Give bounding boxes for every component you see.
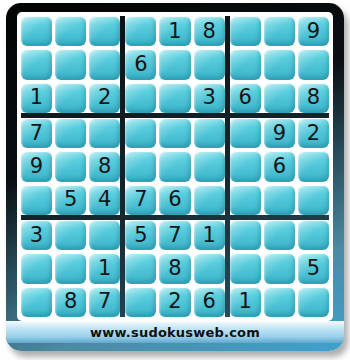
box-7: 3187 (21, 220, 120, 317)
cell-r7c9[interactable] (298, 220, 329, 250)
cell-r1c2[interactable] (55, 16, 86, 46)
cell-r2c8[interactable] (264, 49, 295, 79)
cell-r5c9[interactable] (298, 151, 329, 181)
cell-r8c5[interactable]: 8 (159, 253, 190, 283)
cell-r6c1[interactable] (21, 185, 52, 215)
cell-r1c4[interactable] (125, 16, 156, 46)
cell-r8c7[interactable] (230, 253, 261, 283)
cell-r1c8[interactable] (264, 16, 295, 46)
cell-r9c1[interactable] (21, 287, 52, 317)
cell-r6c9[interactable] (298, 185, 329, 215)
sudoku-page: 1218639687985476926318757182651 www.sudo… (0, 0, 350, 360)
footer-url-text: www.sudokusweb.com (90, 325, 260, 340)
cell-r4c5[interactable] (159, 118, 190, 148)
board-panel: 1218639687985476926318757182651 (17, 12, 333, 321)
cell-r9c2[interactable]: 8 (55, 287, 86, 317)
cell-r4c7[interactable] (230, 118, 261, 148)
cell-r4c8[interactable]: 9 (264, 118, 295, 148)
cell-r1c1[interactable] (21, 16, 52, 46)
cell-r2c5[interactable] (159, 49, 190, 79)
cell-r1c6[interactable]: 8 (194, 16, 225, 46)
box-2: 1863 (125, 16, 224, 113)
cell-r6c6[interactable] (194, 185, 225, 215)
cell-r7c3[interactable] (89, 220, 120, 250)
cell-r3c4[interactable] (125, 83, 156, 113)
cell-r2c2[interactable] (55, 49, 86, 79)
board-frame: 1218639687985476926318757182651 www.sudo… (6, 3, 344, 351)
cell-r9c4[interactable] (125, 287, 156, 317)
cell-r8c3[interactable]: 1 (89, 253, 120, 283)
cell-r4c4[interactable] (125, 118, 156, 148)
cell-r5c3[interactable]: 8 (89, 151, 120, 181)
cell-r8c6[interactable] (194, 253, 225, 283)
cell-r8c2[interactable] (55, 253, 86, 283)
cell-r5c7[interactable] (230, 151, 261, 181)
cell-r3c1[interactable]: 1 (21, 83, 52, 113)
cell-r2c7[interactable] (230, 49, 261, 79)
cell-r4c9[interactable]: 2 (298, 118, 329, 148)
cell-r7c4[interactable]: 5 (125, 220, 156, 250)
cell-r1c5[interactable]: 1 (159, 16, 190, 46)
footer-url-bar: www.sudokusweb.com (6, 321, 344, 343)
cell-r6c3[interactable]: 4 (89, 185, 120, 215)
cell-r6c7[interactable] (230, 185, 261, 215)
box-3: 968 (230, 16, 329, 113)
cell-r3c9[interactable]: 8 (298, 83, 329, 113)
box-8: 571826 (125, 220, 224, 317)
cell-r6c4[interactable]: 7 (125, 185, 156, 215)
cell-r5c2[interactable] (55, 151, 86, 181)
cell-r8c9[interactable]: 5 (298, 253, 329, 283)
cell-r4c6[interactable] (194, 118, 225, 148)
cell-r9c8[interactable] (264, 287, 295, 317)
cell-r4c3[interactable] (89, 118, 120, 148)
cell-r9c6[interactable]: 6 (194, 287, 225, 317)
cell-r6c5[interactable]: 6 (159, 185, 190, 215)
cell-r5c5[interactable] (159, 151, 190, 181)
cell-r3c6[interactable]: 3 (194, 83, 225, 113)
cell-r2c1[interactable] (21, 49, 52, 79)
cell-r2c9[interactable] (298, 49, 329, 79)
cell-r9c5[interactable]: 2 (159, 287, 190, 317)
box-4: 79854 (21, 118, 120, 215)
cell-r5c8[interactable]: 6 (264, 151, 295, 181)
cell-r8c8[interactable] (264, 253, 295, 283)
cell-r9c9[interactable] (298, 287, 329, 317)
box-9: 51 (230, 220, 329, 317)
cell-r7c1[interactable]: 3 (21, 220, 52, 250)
cell-r1c9[interactable]: 9 (298, 16, 329, 46)
cell-r2c4[interactable]: 6 (125, 49, 156, 79)
cell-r7c6[interactable]: 1 (194, 220, 225, 250)
cell-r2c3[interactable] (89, 49, 120, 79)
cell-r3c5[interactable] (159, 83, 190, 113)
cell-r6c2[interactable]: 5 (55, 185, 86, 215)
cell-r7c8[interactable] (264, 220, 295, 250)
cell-r5c4[interactable] (125, 151, 156, 181)
cell-r3c3[interactable]: 2 (89, 83, 120, 113)
cell-r4c2[interactable] (55, 118, 86, 148)
cell-r6c8[interactable] (264, 185, 295, 215)
cell-r7c5[interactable]: 7 (159, 220, 190, 250)
cell-r9c7[interactable]: 1 (230, 287, 261, 317)
cell-r4c1[interactable]: 7 (21, 118, 52, 148)
cell-r3c8[interactable] (264, 83, 295, 113)
cell-r8c1[interactable] (21, 253, 52, 283)
cell-r2c6[interactable] (194, 49, 225, 79)
cell-r1c3[interactable] (89, 16, 120, 46)
cell-r9c3[interactable]: 7 (89, 287, 120, 317)
box-6: 926 (230, 118, 329, 215)
cell-r7c7[interactable] (230, 220, 261, 250)
cell-r8c4[interactable] (125, 253, 156, 283)
box-5: 76 (125, 118, 224, 215)
cell-r7c2[interactable] (55, 220, 86, 250)
cell-r1c7[interactable] (230, 16, 261, 46)
sudoku-board: 1218639687985476926318757182651 (21, 16, 329, 317)
box-1: 12 (21, 16, 120, 113)
cell-r3c7[interactable]: 6 (230, 83, 261, 113)
cell-r5c6[interactable] (194, 151, 225, 181)
cell-r3c2[interactable] (55, 83, 86, 113)
cell-r5c1[interactable]: 9 (21, 151, 52, 181)
